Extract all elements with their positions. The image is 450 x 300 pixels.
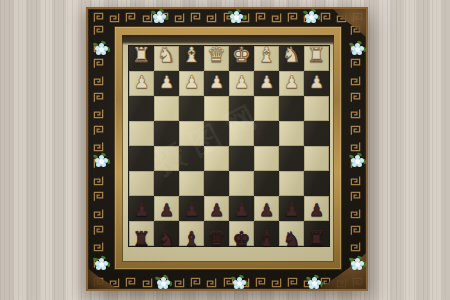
square-r6c6 xyxy=(254,171,279,196)
greek-key-motif xyxy=(109,12,120,23)
square-r5c7 xyxy=(279,146,304,171)
piece-dark-rook: ♜ xyxy=(308,229,326,249)
piece-white-pawn: ♟ xyxy=(309,74,324,91)
square-r3c4 xyxy=(204,96,229,121)
greek-key-motif xyxy=(93,191,104,202)
square-r8c2: ♞ xyxy=(154,221,179,246)
greek-key-motif xyxy=(223,12,234,23)
square-r1c1: ♜ xyxy=(129,46,154,71)
piece-white-pawn: ♟ xyxy=(234,74,249,91)
greek-key-motif xyxy=(206,277,217,288)
greek-key-motif xyxy=(206,12,217,23)
greek-key-motif xyxy=(93,12,104,23)
greek-key-motif xyxy=(350,141,361,152)
square-r4c6 xyxy=(254,121,279,146)
square-r2c6: ♟ xyxy=(254,71,279,96)
piece-white-bishop: ♝ xyxy=(257,45,276,66)
square-r3c6 xyxy=(254,96,279,121)
square-r4c3 xyxy=(179,121,204,146)
greek-key-motif xyxy=(93,158,104,169)
square-r5c8 xyxy=(304,146,329,171)
greek-key-motif xyxy=(190,277,201,288)
blue-flower-ornament xyxy=(232,276,246,290)
greek-key-motif xyxy=(174,12,185,23)
greek-key-motif xyxy=(93,42,104,53)
square-r1c7: ♞ xyxy=(279,46,304,71)
square-r7c8: ♟ xyxy=(304,196,329,221)
blue-flower-ornament xyxy=(156,276,170,290)
square-r1c4: ♛ xyxy=(204,46,229,71)
greek-key-motif xyxy=(271,277,282,288)
square-r1c2: ♞ xyxy=(154,46,179,71)
greek-key-border-bottom xyxy=(93,275,363,290)
square-r4c4 xyxy=(204,121,229,146)
greek-key-motif xyxy=(350,208,361,219)
greek-key-motif xyxy=(350,42,361,53)
greek-key-motif xyxy=(336,277,347,288)
square-r7c4: ♟ xyxy=(204,196,229,221)
square-r3c2 xyxy=(154,96,179,121)
square-r8c8: ♜ xyxy=(304,221,329,246)
piece-dark-knight: ♞ xyxy=(158,229,176,249)
greek-key-motif xyxy=(320,12,331,23)
greek-key-motif xyxy=(287,277,298,288)
piece-white-rook: ♜ xyxy=(132,45,151,66)
greek-key-motif xyxy=(93,241,104,252)
square-r7c2: ♟ xyxy=(154,196,179,221)
piece-dark-bishop: ♝ xyxy=(183,229,201,249)
square-r8c7: ♞ xyxy=(279,221,304,246)
hinge-shadow xyxy=(122,35,334,45)
greek-key-motif xyxy=(350,58,361,69)
square-r7c5: ♟ xyxy=(229,196,254,221)
piece-white-pawn: ♟ xyxy=(184,74,199,91)
square-r2c1: ♟ xyxy=(129,71,154,96)
greek-key-motif xyxy=(271,12,282,23)
greek-key-motif xyxy=(93,208,104,219)
piece-white-queen: ♛ xyxy=(207,45,226,66)
greek-key-motif xyxy=(320,277,331,288)
greek-key-motif xyxy=(350,92,361,103)
greek-key-motif xyxy=(352,277,363,288)
square-r4c8 xyxy=(304,121,329,146)
square-r4c1 xyxy=(129,121,154,146)
square-r3c5 xyxy=(229,96,254,121)
chess-board-box: ♜♞♝♛♚♝♞♜♟♟♟♟♟♟♟♟♟♟♟♟♟♟♟♟♜♞♝♛♚♝♞♜ xyxy=(86,7,368,291)
greek-key-motif xyxy=(350,158,361,169)
square-r2c3: ♟ xyxy=(179,71,204,96)
square-r8c5: ♚ xyxy=(229,221,254,246)
square-r8c6: ♝ xyxy=(254,221,279,246)
greek-key-motif xyxy=(350,258,361,269)
square-r7c7: ♟ xyxy=(279,196,304,221)
blue-flower-ornament xyxy=(350,42,364,56)
blue-flower-ornament xyxy=(229,10,243,24)
greek-key-motif xyxy=(109,277,120,288)
square-r5c2 xyxy=(154,146,179,171)
square-r8c4: ♛ xyxy=(204,221,229,246)
square-r6c3 xyxy=(179,171,204,196)
greek-key-motif xyxy=(93,25,104,36)
square-r5c1 xyxy=(129,146,154,171)
greek-key-motif xyxy=(287,12,298,23)
checkerboard-grid: ♜♞♝♛♚♝♞♜♟♟♟♟♟♟♟♟♟♟♟♟♟♟♟♟♜♞♝♛♚♝♞♜ xyxy=(128,45,330,247)
greek-key-motif xyxy=(350,175,361,186)
square-r7c1: ♟ xyxy=(129,196,154,221)
greek-key-motif xyxy=(93,58,104,69)
piece-white-pawn: ♟ xyxy=(134,74,149,91)
greek-key-motif xyxy=(93,125,104,136)
greek-key-motif xyxy=(93,277,104,288)
piece-dark-queen: ♛ xyxy=(208,229,226,249)
greek-key-motif xyxy=(93,175,104,186)
square-r2c7: ♟ xyxy=(279,71,304,96)
square-r4c7 xyxy=(279,121,304,146)
piece-white-knight: ♞ xyxy=(282,45,301,66)
greek-key-motif xyxy=(350,125,361,136)
piece-dark-pawn: ♟ xyxy=(184,202,199,219)
blue-flower-ornament xyxy=(152,10,166,24)
greek-key-motif xyxy=(303,277,314,288)
square-r6c2 xyxy=(154,171,179,196)
square-r1c6: ♝ xyxy=(254,46,279,71)
square-r5c5 xyxy=(229,146,254,171)
piece-dark-knight: ♞ xyxy=(283,229,301,249)
greek-key-motif xyxy=(350,241,361,252)
piece-dark-pawn: ♟ xyxy=(159,202,174,219)
greek-key-motif xyxy=(158,12,169,23)
greek-key-motif xyxy=(350,75,361,86)
square-r1c5: ♚ xyxy=(229,46,254,71)
piece-dark-pawn: ♟ xyxy=(259,202,274,219)
piece-dark-pawn: ♟ xyxy=(309,202,324,219)
square-r4c5 xyxy=(229,121,254,146)
piece-white-pawn: ♟ xyxy=(209,74,224,91)
piece-white-rook: ♜ xyxy=(307,45,326,66)
greek-key-motif xyxy=(350,191,361,202)
square-r2c8: ♟ xyxy=(304,71,329,96)
greek-key-motif xyxy=(255,12,266,23)
blue-flower-ornament xyxy=(350,257,364,271)
square-r4c2 xyxy=(154,121,179,146)
piece-dark-pawn: ♟ xyxy=(209,202,224,219)
piece-white-pawn: ♟ xyxy=(284,74,299,91)
square-r2c2: ♟ xyxy=(154,71,179,96)
greek-key-motif xyxy=(350,108,361,119)
greek-key-motif xyxy=(174,277,185,288)
square-r2c4: ♟ xyxy=(204,71,229,96)
greek-key-motif xyxy=(239,12,250,23)
square-r5c3 xyxy=(179,146,204,171)
square-r2c5: ♟ xyxy=(229,71,254,96)
greek-key-border-left xyxy=(92,25,105,269)
piece-white-bishop: ♝ xyxy=(182,45,201,66)
greek-key-motif xyxy=(223,277,234,288)
square-r8c1: ♜ xyxy=(129,221,154,246)
square-r1c8: ♜ xyxy=(304,46,329,71)
square-r5c4 xyxy=(204,146,229,171)
square-r3c7 xyxy=(279,96,304,121)
greek-key-motif xyxy=(125,12,136,23)
piece-white-pawn: ♟ xyxy=(159,74,174,91)
piece-white-knight: ♞ xyxy=(157,45,176,66)
blue-flower-ornament xyxy=(94,42,108,56)
square-r6c7 xyxy=(279,171,304,196)
blue-flower-ornament xyxy=(94,154,108,168)
piece-dark-king: ♚ xyxy=(233,229,251,249)
greek-key-motif xyxy=(93,92,104,103)
blue-flower-ornament xyxy=(307,276,321,290)
square-r3c1 xyxy=(129,96,154,121)
greek-key-motif xyxy=(93,75,104,86)
piece-white-king: ♚ xyxy=(232,45,251,66)
square-r5c6 xyxy=(254,146,279,171)
square-r6c1 xyxy=(129,171,154,196)
piece-dark-pawn: ♟ xyxy=(284,202,299,219)
greek-key-border-right xyxy=(349,25,362,269)
square-r8c3: ♝ xyxy=(179,221,204,246)
square-r7c6: ♟ xyxy=(254,196,279,221)
greek-key-motif xyxy=(352,12,363,23)
greek-key-motif xyxy=(142,277,153,288)
greek-key-motif xyxy=(93,141,104,152)
greek-key-motif xyxy=(93,258,104,269)
square-r6c5 xyxy=(229,171,254,196)
square-r6c8 xyxy=(304,171,329,196)
greek-key-motif xyxy=(190,12,201,23)
greek-key-motif xyxy=(303,12,314,23)
square-r3c3 xyxy=(179,96,204,121)
greek-key-motif xyxy=(93,108,104,119)
square-r1c3: ♝ xyxy=(179,46,204,71)
square-r3c8 xyxy=(304,96,329,121)
greek-key-motif xyxy=(350,225,361,236)
piece-dark-pawn: ♟ xyxy=(234,202,249,219)
piece-dark-rook: ♜ xyxy=(133,229,151,249)
greek-key-motif xyxy=(125,277,136,288)
greek-key-motif xyxy=(142,12,153,23)
piece-dark-pawn: ♟ xyxy=(134,202,149,219)
square-r6c4 xyxy=(204,171,229,196)
greek-key-motif xyxy=(158,277,169,288)
greek-key-border-top xyxy=(93,11,363,24)
greek-key-motif xyxy=(350,25,361,36)
blue-flower-ornament xyxy=(350,154,364,168)
piece-white-pawn: ♟ xyxy=(259,74,274,91)
greek-key-motif xyxy=(93,225,104,236)
blue-flower-ornament xyxy=(94,257,108,271)
blue-flower-ornament xyxy=(304,10,318,24)
greek-key-motif xyxy=(239,277,250,288)
square-r7c3: ♟ xyxy=(179,196,204,221)
greek-key-motif xyxy=(255,277,266,288)
piece-dark-bishop: ♝ xyxy=(258,229,276,249)
greek-key-motif xyxy=(336,12,347,23)
